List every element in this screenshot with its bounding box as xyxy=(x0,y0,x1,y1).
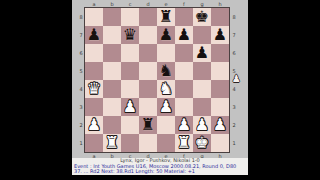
square-e1[interactable] xyxy=(157,134,175,152)
piece-black-pawn: ♟ xyxy=(177,26,191,44)
square-b1[interactable]: ♜ xyxy=(103,134,121,152)
square-g6[interactable]: ♟ xyxy=(193,44,211,62)
square-e6[interactable] xyxy=(157,44,175,62)
square-g1[interactable]: ♚ xyxy=(193,134,211,152)
piece-black-pawn: ♟ xyxy=(87,26,101,44)
square-g3[interactable] xyxy=(193,98,211,116)
piece-black-rook: ♜ xyxy=(141,116,155,134)
square-e2[interactable] xyxy=(157,116,175,134)
video-frame: abcdefgh abcdefgh 87654321 87654321 ♜♚♟♛… xyxy=(0,0,320,180)
square-g8[interactable]: ♚ xyxy=(193,8,211,26)
rank-label-7: 7 xyxy=(231,26,237,44)
piece-white-pawn: ♟ xyxy=(177,116,191,134)
square-a1[interactable] xyxy=(85,134,103,152)
square-g4[interactable] xyxy=(193,80,211,98)
square-b4[interactable] xyxy=(103,80,121,98)
square-d7[interactable] xyxy=(139,26,157,44)
piece-black-pawn: ♟ xyxy=(159,26,173,44)
rank-label-6: 6 xyxy=(231,44,237,62)
square-c6[interactable] xyxy=(121,44,139,62)
square-e4[interactable]: ♞ xyxy=(157,80,175,98)
square-c7[interactable]: ♛ xyxy=(121,26,139,44)
square-h5[interactable] xyxy=(211,62,229,80)
square-g7[interactable] xyxy=(193,26,211,44)
square-h1[interactable] xyxy=(211,134,229,152)
square-h6[interactable] xyxy=(211,44,229,62)
square-a7[interactable]: ♟ xyxy=(85,26,103,44)
square-c3[interactable]: ♟ xyxy=(121,98,139,116)
square-b5[interactable] xyxy=(103,62,121,80)
square-a2[interactable]: ♟ xyxy=(85,116,103,134)
piece-white-knight: ♞ xyxy=(159,80,173,98)
square-d6[interactable] xyxy=(139,44,157,62)
square-e8[interactable]: ♜ xyxy=(157,8,175,26)
square-f1[interactable]: ♜ xyxy=(175,134,193,152)
square-b6[interactable] xyxy=(103,44,121,62)
piece-black-pawn: ♟ xyxy=(195,44,209,62)
white-pawn-material-icon: ♟ xyxy=(232,74,241,84)
square-b2[interactable] xyxy=(103,116,121,134)
square-c8[interactable] xyxy=(121,8,139,26)
square-a3[interactable] xyxy=(85,98,103,116)
piece-white-pawn: ♟ xyxy=(123,98,137,116)
square-d5[interactable] xyxy=(139,62,157,80)
square-a8[interactable] xyxy=(85,8,103,26)
piece-white-king: ♚ xyxy=(195,134,209,152)
square-f8[interactable] xyxy=(175,8,193,26)
square-a4[interactable]: ♛ xyxy=(85,80,103,98)
square-b3[interactable] xyxy=(103,98,121,116)
square-g2[interactable]: ♟ xyxy=(193,116,211,134)
piece-black-knight: ♞ xyxy=(159,62,173,80)
square-c4[interactable] xyxy=(121,80,139,98)
square-d4[interactable] xyxy=(139,80,157,98)
square-f3[interactable] xyxy=(175,98,193,116)
square-c1[interactable] xyxy=(121,134,139,152)
chess-board: ♜♚♟♛♟♟♟♟♞♛♞♟♟♟♜♟♟♟♜♜♚ xyxy=(84,7,230,153)
square-h4[interactable] xyxy=(211,80,229,98)
square-b7[interactable] xyxy=(103,26,121,44)
piece-white-rook: ♜ xyxy=(105,134,119,152)
square-d3[interactable] xyxy=(139,98,157,116)
square-f2[interactable]: ♟ xyxy=(175,116,193,134)
piece-white-pawn: ♟ xyxy=(159,98,173,116)
square-e5[interactable]: ♞ xyxy=(157,62,175,80)
rank-label-1: 1 xyxy=(231,134,237,152)
square-g5[interactable] xyxy=(193,62,211,80)
piece-white-pawn: ♟ xyxy=(213,116,227,134)
moves-status-line: 37. ... Rd2 Next: 38.Rd1 Length: 50 Mate… xyxy=(72,169,248,175)
square-d1[interactable] xyxy=(139,134,157,152)
piece-black-queen: ♛ xyxy=(123,26,137,44)
square-a6[interactable] xyxy=(85,44,103,62)
game-caption: Lynx, Igor - Pushkov, Nikolai 1-0 Event … xyxy=(72,158,248,175)
square-d2[interactable]: ♜ xyxy=(139,116,157,134)
square-e7[interactable]: ♟ xyxy=(157,26,175,44)
piece-black-rook: ♜ xyxy=(159,8,173,26)
square-c2[interactable] xyxy=(121,116,139,134)
piece-black-pawn: ♟ xyxy=(213,26,227,44)
square-f7[interactable]: ♟ xyxy=(175,26,193,44)
piece-black-king: ♚ xyxy=(195,8,209,26)
square-h8[interactable] xyxy=(211,8,229,26)
square-e3[interactable]: ♟ xyxy=(157,98,175,116)
piece-white-pawn: ♟ xyxy=(195,116,209,134)
square-b8[interactable] xyxy=(103,8,121,26)
piece-white-rook: ♜ xyxy=(177,134,191,152)
rank-label-8: 8 xyxy=(231,8,237,26)
square-h7[interactable]: ♟ xyxy=(211,26,229,44)
piece-white-pawn: ♟ xyxy=(87,116,101,134)
square-d8[interactable] xyxy=(139,8,157,26)
chess-gui-frame: abcdefgh abcdefgh 87654321 87654321 ♜♚♟♛… xyxy=(72,0,248,180)
rank-label-3: 3 xyxy=(231,98,237,116)
square-c5[interactable] xyxy=(121,62,139,80)
square-a5[interactable] xyxy=(85,62,103,80)
rank-label-2: 2 xyxy=(231,116,237,134)
square-f6[interactable] xyxy=(175,44,193,62)
piece-white-queen: ♛ xyxy=(87,80,101,98)
bottom-letterbox xyxy=(72,175,248,180)
square-h2[interactable]: ♟ xyxy=(211,116,229,134)
square-h3[interactable] xyxy=(211,98,229,116)
square-f4[interactable] xyxy=(175,80,193,98)
square-f5[interactable] xyxy=(175,62,193,80)
